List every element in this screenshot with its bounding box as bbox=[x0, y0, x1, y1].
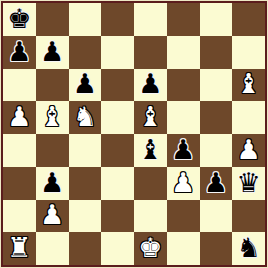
square-d1[interactable] bbox=[101, 232, 134, 265]
square-d2[interactable] bbox=[101, 200, 134, 233]
black-pawn[interactable]: ♟ bbox=[40, 169, 64, 196]
chess-board-outer-edge: ♚♟♟♟♟♝♟♝♞♝♝♟♟♟♟♟♛♟♜♚♞ bbox=[0, 0, 268, 268]
square-d7[interactable] bbox=[101, 36, 134, 69]
square-d8[interactable] bbox=[101, 3, 134, 36]
square-a5[interactable]: ♟ bbox=[3, 101, 36, 134]
white-pawn[interactable]: ♟ bbox=[7, 103, 31, 130]
white-bishop[interactable]: ♝ bbox=[237, 70, 261, 97]
square-g8[interactable] bbox=[200, 3, 233, 36]
white-rook[interactable]: ♜ bbox=[7, 234, 31, 261]
white-king[interactable]: ♚ bbox=[138, 234, 162, 261]
square-g7[interactable] bbox=[200, 36, 233, 69]
black-pawn[interactable]: ♟ bbox=[40, 38, 64, 65]
square-b7[interactable]: ♟ bbox=[36, 36, 69, 69]
square-f3[interactable]: ♟ bbox=[167, 167, 200, 200]
square-g3[interactable]: ♟ bbox=[200, 167, 233, 200]
square-a6[interactable] bbox=[3, 69, 36, 102]
square-c8[interactable] bbox=[69, 3, 102, 36]
square-a7[interactable]: ♟ bbox=[3, 36, 36, 69]
square-c4[interactable] bbox=[69, 134, 102, 167]
chess-board-frame: ♚♟♟♟♟♝♟♝♞♝♝♟♟♟♟♟♛♟♜♚♞ bbox=[1, 1, 267, 267]
square-e8[interactable] bbox=[134, 3, 167, 36]
square-g6[interactable] bbox=[200, 69, 233, 102]
square-g1[interactable] bbox=[200, 232, 233, 265]
square-c7[interactable] bbox=[69, 36, 102, 69]
white-pawn[interactable]: ♟ bbox=[171, 169, 195, 196]
square-b2[interactable]: ♟ bbox=[36, 200, 69, 233]
square-d5[interactable] bbox=[101, 101, 134, 134]
square-h2[interactable] bbox=[232, 200, 265, 233]
square-b5[interactable]: ♝ bbox=[36, 101, 69, 134]
square-h8[interactable] bbox=[232, 3, 265, 36]
black-queen[interactable]: ♛ bbox=[237, 169, 261, 196]
square-h3[interactable]: ♛ bbox=[232, 167, 265, 200]
square-b6[interactable] bbox=[36, 69, 69, 102]
square-g2[interactable] bbox=[200, 200, 233, 233]
square-d3[interactable] bbox=[101, 167, 134, 200]
square-c1[interactable] bbox=[69, 232, 102, 265]
square-e1[interactable]: ♚ bbox=[134, 232, 167, 265]
black-pawn[interactable]: ♟ bbox=[7, 38, 31, 65]
square-d6[interactable] bbox=[101, 69, 134, 102]
black-pawn[interactable]: ♟ bbox=[204, 169, 228, 196]
square-a1[interactable]: ♜ bbox=[3, 232, 36, 265]
black-knight[interactable]: ♞ bbox=[237, 234, 261, 261]
square-e6[interactable]: ♟ bbox=[134, 69, 167, 102]
chess-board: ♚♟♟♟♟♝♟♝♞♝♝♟♟♟♟♟♛♟♜♚♞ bbox=[3, 3, 265, 265]
square-h1[interactable]: ♞ bbox=[232, 232, 265, 265]
black-pawn[interactable]: ♟ bbox=[73, 70, 97, 97]
square-b4[interactable] bbox=[36, 134, 69, 167]
square-f2[interactable] bbox=[167, 200, 200, 233]
square-c6[interactable]: ♟ bbox=[69, 69, 102, 102]
square-c5[interactable]: ♞ bbox=[69, 101, 102, 134]
square-f8[interactable] bbox=[167, 3, 200, 36]
square-f1[interactable] bbox=[167, 232, 200, 265]
black-pawn[interactable]: ♟ bbox=[171, 136, 195, 163]
white-knight[interactable]: ♞ bbox=[73, 103, 97, 130]
white-bishop[interactable]: ♝ bbox=[138, 103, 162, 130]
square-g5[interactable] bbox=[200, 101, 233, 134]
square-f6[interactable] bbox=[167, 69, 200, 102]
square-e2[interactable] bbox=[134, 200, 167, 233]
square-h5[interactable] bbox=[232, 101, 265, 134]
square-b8[interactable] bbox=[36, 3, 69, 36]
square-f5[interactable] bbox=[167, 101, 200, 134]
square-e5[interactable]: ♝ bbox=[134, 101, 167, 134]
square-d4[interactable] bbox=[101, 134, 134, 167]
square-f7[interactable] bbox=[167, 36, 200, 69]
square-c3[interactable] bbox=[69, 167, 102, 200]
square-h6[interactable]: ♝ bbox=[232, 69, 265, 102]
square-g4[interactable] bbox=[200, 134, 233, 167]
black-king[interactable]: ♚ bbox=[7, 5, 31, 32]
square-h4[interactable]: ♟ bbox=[232, 134, 265, 167]
square-a8[interactable]: ♚ bbox=[3, 3, 36, 36]
square-a2[interactable] bbox=[3, 200, 36, 233]
square-e4[interactable]: ♝ bbox=[134, 134, 167, 167]
square-h7[interactable] bbox=[232, 36, 265, 69]
square-f4[interactable]: ♟ bbox=[167, 134, 200, 167]
white-bishop[interactable]: ♝ bbox=[40, 103, 64, 130]
white-pawn[interactable]: ♟ bbox=[40, 201, 64, 228]
square-e3[interactable] bbox=[134, 167, 167, 200]
black-bishop[interactable]: ♝ bbox=[138, 136, 162, 163]
square-b3[interactable]: ♟ bbox=[36, 167, 69, 200]
square-a4[interactable] bbox=[3, 134, 36, 167]
square-c2[interactable] bbox=[69, 200, 102, 233]
square-a3[interactable] bbox=[3, 167, 36, 200]
white-pawn[interactable]: ♟ bbox=[237, 136, 261, 163]
black-pawn[interactable]: ♟ bbox=[138, 70, 162, 97]
square-e7[interactable] bbox=[134, 36, 167, 69]
square-b1[interactable] bbox=[36, 232, 69, 265]
